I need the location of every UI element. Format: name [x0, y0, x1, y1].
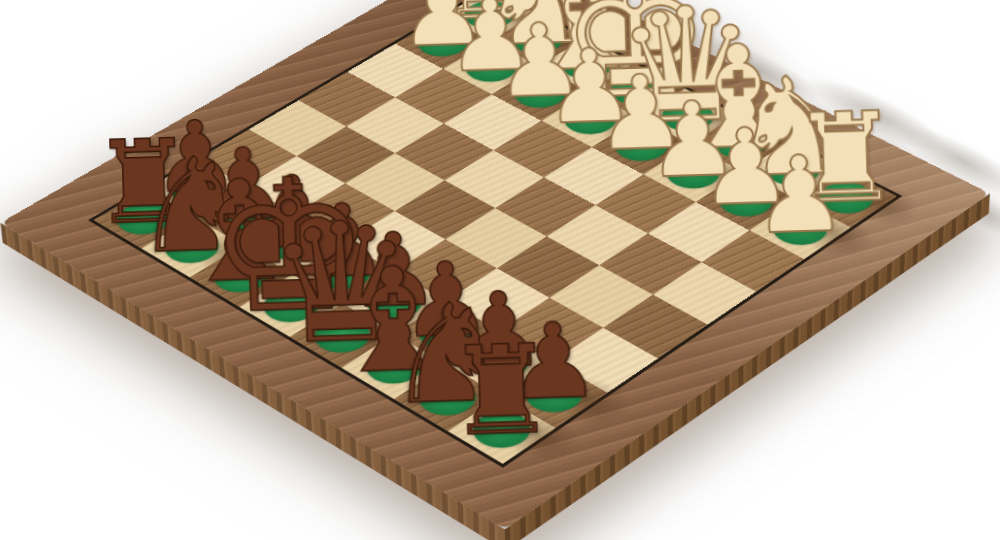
- page-background: ♜♞♝♚♛♝♞♜♟♟♟♟♟♟♟♟♟♟♟♟♟♟♟♟♜♞♝♚♛♝♞♜: [0, 0, 1000, 540]
- board-perspective-wrapper: ♜♞♝♚♛♝♞♜♟♟♟♟♟♟♟♟♟♟♟♟♟♟♟♟♜♞♝♚♛♝♞♜: [0, 0, 1000, 540]
- black-rook-glyph: ♜: [444, 340, 556, 441]
- piece-black-rook-a8: ♜: [444, 340, 556, 441]
- board-squares-grid: ♜♞♝♚♛♝♞♜♟♟♟♟♟♟♟♟♟♟♟♟♟♟♟♟♜♞♝♚♛♝♞♜: [94, 0, 897, 464]
- piece-white-pawn-a2: ♟: [751, 152, 848, 239]
- square-a8: ♜: [448, 396, 556, 464]
- chess-board: ♜♞♝♚♛♝♞♜♟♟♟♟♟♟♟♟♟♟♟♟♟♟♟♟♜♞♝♚♛♝♞♜: [0, 0, 990, 530]
- white-pawn-glyph: ♟: [751, 152, 848, 239]
